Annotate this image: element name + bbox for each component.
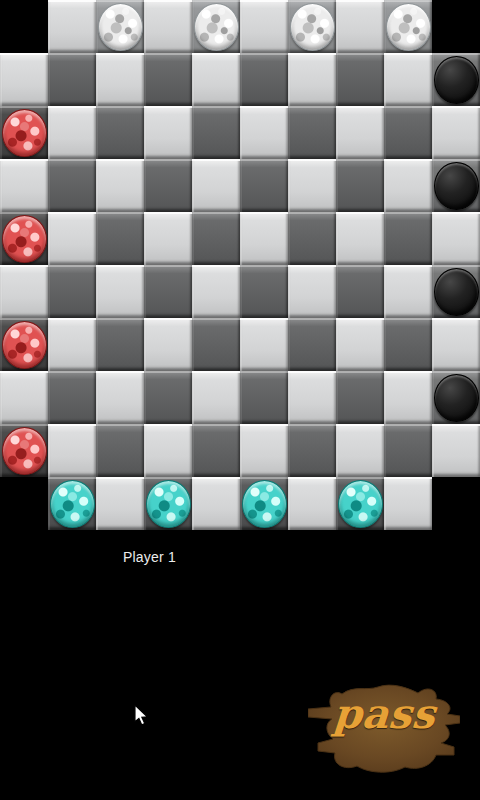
square-r6-c7[interactable] bbox=[336, 318, 384, 371]
piece-black[interactable] bbox=[434, 162, 479, 210]
square-r6-c6[interactable] bbox=[288, 318, 336, 371]
piece-cyan[interactable] bbox=[146, 480, 191, 528]
square-r5-c3[interactable] bbox=[144, 265, 192, 318]
square-r8-c4[interactable] bbox=[192, 424, 240, 477]
square-r3-c2[interactable] bbox=[96, 159, 144, 212]
piece-white[interactable] bbox=[98, 3, 143, 51]
void-corner bbox=[432, 477, 480, 530]
square-r4-c2[interactable] bbox=[96, 212, 144, 265]
pass-button[interactable]: pass bbox=[308, 678, 460, 778]
square-r0-c1[interactable] bbox=[48, 0, 96, 53]
void-corner bbox=[432, 0, 480, 53]
square-r1-c0[interactable] bbox=[0, 53, 48, 106]
square-r2-c2[interactable] bbox=[96, 106, 144, 159]
square-r1-c9[interactable] bbox=[432, 53, 480, 106]
square-r5-c5[interactable] bbox=[240, 265, 288, 318]
square-r5-c8[interactable] bbox=[384, 265, 432, 318]
piece-white[interactable] bbox=[386, 3, 431, 51]
square-r3-c0[interactable] bbox=[0, 159, 48, 212]
square-r3-c6[interactable] bbox=[288, 159, 336, 212]
square-r0-c6[interactable] bbox=[288, 0, 336, 53]
piece-cyan[interactable] bbox=[242, 480, 287, 528]
square-r9-c3[interactable] bbox=[144, 477, 192, 530]
square-r8-c5[interactable] bbox=[240, 424, 288, 477]
square-r8-c1[interactable] bbox=[48, 424, 96, 477]
square-r2-c7[interactable] bbox=[336, 106, 384, 159]
square-r7-c8[interactable] bbox=[384, 371, 432, 424]
square-r7-c1[interactable] bbox=[48, 371, 96, 424]
app-screen: { "game": { "name": "four-player checker… bbox=[0, 0, 480, 800]
square-r2-c0[interactable] bbox=[0, 106, 48, 159]
piece-red[interactable] bbox=[2, 427, 47, 475]
square-r6-c4[interactable] bbox=[192, 318, 240, 371]
square-r1-c1[interactable] bbox=[48, 53, 96, 106]
square-r6-c3[interactable] bbox=[144, 318, 192, 371]
square-r3-c4[interactable] bbox=[192, 159, 240, 212]
square-r3-c9[interactable] bbox=[432, 159, 480, 212]
square-r6-c1[interactable] bbox=[48, 318, 96, 371]
piece-cyan[interactable] bbox=[50, 480, 95, 528]
square-r0-c5[interactable] bbox=[240, 0, 288, 53]
square-r2-c1[interactable] bbox=[48, 106, 96, 159]
player-turn-label: Player 1 bbox=[123, 549, 176, 565]
square-r8-c2[interactable] bbox=[96, 424, 144, 477]
square-r8-c6[interactable] bbox=[288, 424, 336, 477]
piece-black[interactable] bbox=[434, 374, 479, 422]
square-r7-c4[interactable] bbox=[192, 371, 240, 424]
square-r4-c9[interactable] bbox=[432, 212, 480, 265]
square-r0-c2[interactable] bbox=[96, 0, 144, 53]
square-r2-c9[interactable] bbox=[432, 106, 480, 159]
piece-red[interactable] bbox=[2, 109, 47, 157]
square-r7-c2[interactable] bbox=[96, 371, 144, 424]
square-r2-c3[interactable] bbox=[144, 106, 192, 159]
square-r4-c8[interactable] bbox=[384, 212, 432, 265]
square-r9-c2[interactable] bbox=[96, 477, 144, 530]
square-r4-c3[interactable] bbox=[144, 212, 192, 265]
piece-black[interactable] bbox=[434, 268, 479, 316]
square-r4-c4[interactable] bbox=[192, 212, 240, 265]
square-r2-c4[interactable] bbox=[192, 106, 240, 159]
square-r5-c2[interactable] bbox=[96, 265, 144, 318]
square-r2-c6[interactable] bbox=[288, 106, 336, 159]
square-r2-c5[interactable] bbox=[240, 106, 288, 159]
square-r8-c0[interactable] bbox=[0, 424, 48, 477]
square-r1-c7[interactable] bbox=[336, 53, 384, 106]
square-r5-c6[interactable] bbox=[288, 265, 336, 318]
square-r5-c1[interactable] bbox=[48, 265, 96, 318]
square-r2-c8[interactable] bbox=[384, 106, 432, 159]
square-r1-c2[interactable] bbox=[96, 53, 144, 106]
void-corner bbox=[0, 0, 48, 53]
square-r5-c7[interactable] bbox=[336, 265, 384, 318]
square-r4-c1[interactable] bbox=[48, 212, 96, 265]
square-r1-c5[interactable] bbox=[240, 53, 288, 106]
mouse-cursor-icon bbox=[133, 704, 149, 726]
square-r1-c8[interactable] bbox=[384, 53, 432, 106]
square-r3-c8[interactable] bbox=[384, 159, 432, 212]
pass-button-label: pass bbox=[307, 694, 462, 735]
square-r3-c1[interactable] bbox=[48, 159, 96, 212]
square-r0-c4[interactable] bbox=[192, 0, 240, 53]
square-r8-c8[interactable] bbox=[384, 424, 432, 477]
square-r9-c6[interactable] bbox=[288, 477, 336, 530]
square-r5-c4[interactable] bbox=[192, 265, 240, 318]
square-r5-c9[interactable] bbox=[432, 265, 480, 318]
square-r3-c3[interactable] bbox=[144, 159, 192, 212]
square-r4-c6[interactable] bbox=[288, 212, 336, 265]
square-r7-c0[interactable] bbox=[0, 371, 48, 424]
square-r1-c3[interactable] bbox=[144, 53, 192, 106]
square-r7-c7[interactable] bbox=[336, 371, 384, 424]
square-r8-c9[interactable] bbox=[432, 424, 480, 477]
square-r7-c3[interactable] bbox=[144, 371, 192, 424]
square-r9-c4[interactable] bbox=[192, 477, 240, 530]
square-r9-c5[interactable] bbox=[240, 477, 288, 530]
square-r4-c0[interactable] bbox=[0, 212, 48, 265]
square-r7-c5[interactable] bbox=[240, 371, 288, 424]
piece-white[interactable] bbox=[290, 3, 335, 51]
square-r3-c5[interactable] bbox=[240, 159, 288, 212]
square-r5-c0[interactable] bbox=[0, 265, 48, 318]
square-r3-c7[interactable] bbox=[336, 159, 384, 212]
game-board bbox=[0, 0, 480, 530]
square-r0-c7[interactable] bbox=[336, 0, 384, 53]
square-r0-c8[interactable] bbox=[384, 0, 432, 53]
square-r6-c0[interactable] bbox=[0, 318, 48, 371]
square-r8-c3[interactable] bbox=[144, 424, 192, 477]
square-r0-c3[interactable] bbox=[144, 0, 192, 53]
square-r4-c7[interactable] bbox=[336, 212, 384, 265]
square-r1-c6[interactable] bbox=[288, 53, 336, 106]
square-r6-c8[interactable] bbox=[384, 318, 432, 371]
piece-cyan[interactable] bbox=[338, 480, 383, 528]
void-corner bbox=[0, 477, 48, 530]
square-r6-c9[interactable] bbox=[432, 318, 480, 371]
square-r8-c7[interactable] bbox=[336, 424, 384, 477]
piece-white[interactable] bbox=[194, 3, 239, 51]
square-r4-c5[interactable] bbox=[240, 212, 288, 265]
piece-black[interactable] bbox=[434, 56, 479, 104]
piece-red[interactable] bbox=[2, 321, 47, 369]
square-r9-c8[interactable] bbox=[384, 477, 432, 530]
square-r6-c2[interactable] bbox=[96, 318, 144, 371]
square-r6-c5[interactable] bbox=[240, 318, 288, 371]
square-r7-c9[interactable] bbox=[432, 371, 480, 424]
square-r7-c6[interactable] bbox=[288, 371, 336, 424]
piece-red[interactable] bbox=[2, 215, 47, 263]
square-r9-c7[interactable] bbox=[336, 477, 384, 530]
square-r1-c4[interactable] bbox=[192, 53, 240, 106]
square-r9-c1[interactable] bbox=[48, 477, 96, 530]
